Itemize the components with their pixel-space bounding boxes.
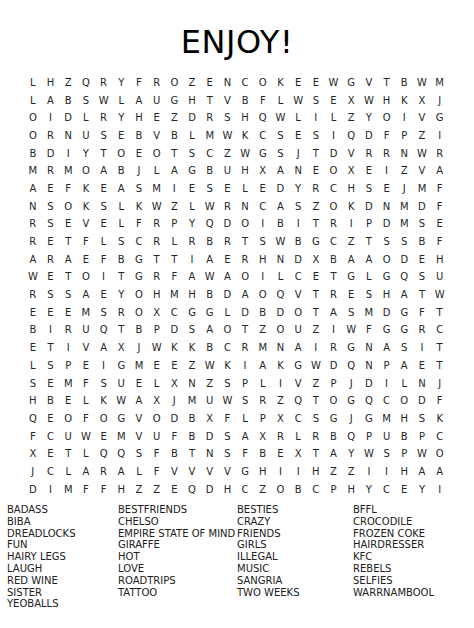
- grid-cell: I: [254, 269, 272, 287]
- grid-cell: B: [201, 286, 219, 304]
- grid-cell: K: [342, 198, 360, 216]
- grid-cell: L: [77, 392, 95, 410]
- grid-cell: G: [289, 357, 307, 375]
- grid-cell: L: [148, 375, 166, 393]
- grid-cell: A: [95, 162, 113, 180]
- grid-cell: D: [272, 304, 290, 322]
- grid-cell: D: [395, 251, 413, 269]
- grid-cell: I: [272, 375, 290, 393]
- grid-cell: K: [236, 127, 254, 145]
- grid-cell: B: [201, 233, 219, 251]
- grid-cell: F: [95, 251, 113, 269]
- grid-cell: K: [219, 357, 237, 375]
- grid-cell: Z: [342, 463, 360, 481]
- grid-cell: I: [236, 357, 254, 375]
- grid-cell: Z: [254, 481, 272, 499]
- grid-cell: J: [130, 339, 148, 357]
- grid-cell: Z: [307, 198, 325, 216]
- grid-cell: M: [183, 392, 201, 410]
- grid-cell: R: [42, 251, 60, 269]
- grid-cell: S: [183, 145, 201, 163]
- grid-cell: C: [431, 322, 449, 340]
- grid-cell: R: [201, 109, 219, 127]
- grid-cell: H: [378, 286, 396, 304]
- grid-cell: R: [148, 269, 166, 287]
- grid-cell: A: [431, 463, 449, 481]
- grid-cell: R: [431, 145, 449, 163]
- grid-cell: P: [360, 216, 378, 234]
- grid-cell: H: [112, 481, 130, 499]
- grid-cell: B: [254, 445, 272, 463]
- grid-cell: W: [201, 269, 219, 287]
- grid-cell: E: [130, 145, 148, 163]
- grid-cell: Z: [413, 127, 431, 145]
- grid-cell: F: [431, 180, 449, 198]
- grid-cell: F: [431, 198, 449, 216]
- grid-cell: D: [360, 375, 378, 393]
- grid-cell: W: [360, 92, 378, 110]
- grid-cell: N: [413, 375, 431, 393]
- grid-cell: L: [289, 428, 307, 446]
- grid-cell: M: [360, 304, 378, 322]
- grid-cell: M: [130, 357, 148, 375]
- grid-cell: Z: [395, 162, 413, 180]
- grid-cell: E: [183, 180, 201, 198]
- grid-cell: L: [183, 198, 201, 216]
- grid-cell: T: [431, 304, 449, 322]
- grid-cell: L: [236, 180, 254, 198]
- grid-cell: B: [325, 428, 343, 446]
- grid-cell: A: [95, 339, 113, 357]
- grid-cell: H: [307, 463, 325, 481]
- grid-cell: I: [307, 109, 325, 127]
- word-list-item: CRAZY: [237, 516, 299, 528]
- grid-cell: V: [148, 127, 166, 145]
- grid-cell: A: [42, 92, 60, 110]
- grid-cell: O: [59, 198, 77, 216]
- grid-cell: P: [395, 445, 413, 463]
- grid-cell: D: [413, 198, 431, 216]
- word-list-item: GIRLS: [237, 539, 299, 551]
- grid-cell: Z: [130, 481, 148, 499]
- grid-cell: G: [183, 162, 201, 180]
- grid-cell: N: [201, 445, 219, 463]
- grid-cell: S: [360, 180, 378, 198]
- grid-cell: R: [95, 74, 113, 92]
- grid-cell: S: [219, 445, 237, 463]
- grid-cell: G: [130, 251, 148, 269]
- grid-cell: G: [395, 304, 413, 322]
- grid-cell: V: [289, 286, 307, 304]
- word-list: BADASSBIBADREADLOCKSFUNHAIRY LEGSLAUGHRE…: [0, 504, 474, 622]
- grid-cell: Q: [183, 481, 201, 499]
- grid-cell: S: [77, 92, 95, 110]
- grid-cell: J: [395, 180, 413, 198]
- grid-cell: E: [378, 180, 396, 198]
- grid-cell: G: [183, 304, 201, 322]
- puzzle-title: ENJOY!: [0, 24, 474, 60]
- grid-cell: E: [219, 180, 237, 198]
- grid-cell: L: [166, 233, 184, 251]
- grid-cell: L: [289, 109, 307, 127]
- word-list-item: DREADLOCKS: [7, 528, 75, 540]
- grid-cell: E: [24, 304, 42, 322]
- grid-cell: S: [95, 198, 113, 216]
- word-list-item: BESTFRIENDS: [118, 504, 235, 516]
- grid-cell: G: [378, 269, 396, 287]
- word-list-item: EMPIRE STATE OF MIND: [118, 528, 235, 540]
- grid-cell: H: [342, 481, 360, 499]
- grid-cell: O: [24, 127, 42, 145]
- grid-cell: S: [236, 392, 254, 410]
- grid-cell: I: [59, 339, 77, 357]
- grid-cell: M: [112, 428, 130, 446]
- grid-cell: N: [183, 375, 201, 393]
- grid-cell: V: [413, 162, 431, 180]
- grid-cell: L: [130, 463, 148, 481]
- grid-cell: O: [130, 304, 148, 322]
- grid-cell: W: [342, 322, 360, 340]
- grid-cell: Z: [325, 463, 343, 481]
- grid-cell: C: [236, 74, 254, 92]
- grid-cell: T: [59, 445, 77, 463]
- word-list-item: CROCODILE: [353, 516, 434, 528]
- grid-cell: S: [413, 269, 431, 287]
- grid-cell: V: [360, 74, 378, 92]
- word-list-item: LAUGH: [7, 563, 75, 575]
- grid-cell: E: [112, 127, 130, 145]
- grid-cell: T: [42, 339, 60, 357]
- word-list-item: FRIENDS: [237, 528, 299, 540]
- grid-cell: V: [413, 109, 431, 127]
- grid-cell: L: [112, 92, 130, 110]
- word-search-page: ENJOY! LHZQRYFROZENCOKEEWGVTBWMLABSWLAUG…: [0, 0, 474, 628]
- grid-cell: E: [413, 251, 431, 269]
- grid-cell: N: [378, 198, 396, 216]
- grid-cell: I: [342, 216, 360, 234]
- grid-cell: G: [395, 322, 413, 340]
- grid-cell: Q: [342, 127, 360, 145]
- grid-cell: K: [272, 74, 290, 92]
- grid-cell: I: [378, 463, 396, 481]
- grid-cell: R: [24, 286, 42, 304]
- grid-cell: R: [95, 109, 113, 127]
- grid-cell: B: [201, 162, 219, 180]
- grid-cell: Y: [360, 109, 378, 127]
- grid-cell: H: [431, 251, 449, 269]
- grid-cell: V: [77, 216, 95, 234]
- grid-cell: B: [289, 481, 307, 499]
- grid-cell: E: [59, 392, 77, 410]
- grid-cell: R: [325, 286, 343, 304]
- grid-cell: F: [130, 216, 148, 234]
- word-list-item: BIBA: [7, 516, 75, 528]
- grid-cell: U: [59, 428, 77, 446]
- grid-cell: A: [431, 162, 449, 180]
- grid-cell: T: [59, 233, 77, 251]
- grid-cell: L: [59, 463, 77, 481]
- grid-cell: S: [130, 180, 148, 198]
- grid-cell: H: [395, 410, 413, 428]
- grid-cell: O: [236, 216, 254, 234]
- grid-cell: T: [413, 286, 431, 304]
- grid-cell: Q: [360, 392, 378, 410]
- grid-cell: L: [24, 74, 42, 92]
- grid-cell: Y: [112, 286, 130, 304]
- grid-cell: F: [378, 127, 396, 145]
- grid-cell: G: [360, 410, 378, 428]
- grid-cell: V: [219, 463, 237, 481]
- grid-cell: W: [148, 198, 166, 216]
- grid-cell: O: [325, 198, 343, 216]
- grid-cell: R: [219, 233, 237, 251]
- grid-cell: W: [24, 269, 42, 287]
- grid-cell: O: [272, 322, 290, 340]
- grid-cell: Z: [148, 481, 166, 499]
- grid-cell: S: [360, 286, 378, 304]
- grid-cell: U: [431, 269, 449, 287]
- grid-cell: W: [413, 145, 431, 163]
- grid-cell: P: [413, 428, 431, 446]
- grid-cell: V: [201, 463, 219, 481]
- grid-cell: L: [77, 445, 95, 463]
- grid-cell: B: [254, 304, 272, 322]
- grid-cell: D: [59, 109, 77, 127]
- grid-cell: S: [42, 216, 60, 234]
- grid-cell: T: [307, 145, 325, 163]
- grid-cell: D: [360, 198, 378, 216]
- grid-cell: S: [95, 304, 113, 322]
- grid-cell: J: [289, 145, 307, 163]
- grid-cell: N: [24, 198, 42, 216]
- grid-cell: R: [413, 322, 431, 340]
- grid-cell: T: [307, 392, 325, 410]
- grid-cell: F: [219, 410, 237, 428]
- grid-cell: I: [59, 145, 77, 163]
- grid-cell: B: [59, 92, 77, 110]
- grid-cell: S: [130, 445, 148, 463]
- grid-cell: H: [378, 92, 396, 110]
- grid-cell: B: [236, 92, 254, 110]
- grid-cell: X: [112, 339, 130, 357]
- grid-cell: E: [166, 481, 184, 499]
- grid-cell: I: [325, 127, 343, 145]
- grid-cell: N: [360, 339, 378, 357]
- grid-cell: E: [395, 481, 413, 499]
- grid-cell: V: [219, 92, 237, 110]
- grid-cell: U: [77, 322, 95, 340]
- grid-cell: C: [236, 481, 254, 499]
- grid-cell: Q: [112, 445, 130, 463]
- grid-cell: A: [360, 251, 378, 269]
- grid-cell: V: [166, 463, 184, 481]
- grid-cell: F: [77, 410, 95, 428]
- grid-cell: X: [201, 410, 219, 428]
- grid-cell: W: [360, 445, 378, 463]
- grid-cell: S: [272, 127, 290, 145]
- grid-cell: O: [431, 445, 449, 463]
- grid-cell: S: [219, 109, 237, 127]
- grid-cell: B: [130, 127, 148, 145]
- grid-cell: G: [342, 392, 360, 410]
- grid-cell: K: [95, 392, 113, 410]
- word-list-item: TATTOO: [118, 587, 235, 599]
- grid-cell: S: [395, 233, 413, 251]
- grid-cell: D: [166, 410, 184, 428]
- grid-cell: A: [289, 339, 307, 357]
- grid-cell: D: [360, 127, 378, 145]
- grid-cell: X: [254, 162, 272, 180]
- letter-grid: LHZQRYFROZENCOKEEWGVTBWMLABSWLAUGHTVBFLW…: [24, 74, 449, 499]
- grid-cell: V: [130, 428, 148, 446]
- grid-cell: S: [42, 286, 60, 304]
- grid-cell: Q: [201, 216, 219, 234]
- word-list-item: HAIRDRESSER: [353, 539, 434, 551]
- grid-cell: M: [378, 410, 396, 428]
- grid-cell: K: [272, 357, 290, 375]
- grid-cell: T: [325, 269, 343, 287]
- grid-cell: Q: [342, 357, 360, 375]
- grid-cell: C: [254, 127, 272, 145]
- grid-cell: C: [431, 428, 449, 446]
- grid-cell: R: [307, 428, 325, 446]
- grid-cell: D: [413, 392, 431, 410]
- grid-cell: G: [431, 109, 449, 127]
- grid-cell: G: [342, 269, 360, 287]
- grid-cell: L: [360, 269, 378, 287]
- grid-cell: T: [166, 251, 184, 269]
- grid-cell: R: [59, 322, 77, 340]
- grid-cell: O: [325, 162, 343, 180]
- grid-cell: A: [413, 463, 431, 481]
- grid-cell: O: [254, 74, 272, 92]
- grid-cell: S: [42, 357, 60, 375]
- grid-cell: S: [219, 375, 237, 393]
- grid-cell: T: [148, 251, 166, 269]
- grid-cell: F: [431, 392, 449, 410]
- grid-cell: E: [148, 357, 166, 375]
- grid-cell: A: [219, 269, 237, 287]
- grid-cell: P: [59, 357, 77, 375]
- grid-cell: F: [166, 428, 184, 446]
- grid-cell: I: [166, 180, 184, 198]
- grid-cell: C: [42, 463, 60, 481]
- grid-cell: L: [24, 92, 42, 110]
- grid-cell: R: [42, 127, 60, 145]
- grid-cell: V: [183, 463, 201, 481]
- grid-cell: S: [59, 286, 77, 304]
- grid-cell: W: [272, 233, 290, 251]
- grid-cell: U: [148, 428, 166, 446]
- word-list-item: FROZEN COKE: [353, 528, 434, 540]
- grid-cell: S: [307, 410, 325, 428]
- grid-cell: M: [254, 339, 272, 357]
- grid-cell: C: [378, 481, 396, 499]
- grid-cell: Y: [360, 481, 378, 499]
- grid-cell: S: [413, 410, 431, 428]
- grid-cell: H: [254, 463, 272, 481]
- grid-cell: L: [254, 375, 272, 393]
- grid-cell: P: [395, 127, 413, 145]
- grid-cell: M: [59, 162, 77, 180]
- grid-cell: T: [431, 339, 449, 357]
- grid-cell: U: [378, 428, 396, 446]
- grid-cell: Z: [201, 375, 219, 393]
- grid-cell: W: [325, 74, 343, 92]
- word-list-item: YEOBALLS: [7, 598, 75, 610]
- grid-cell: W: [236, 145, 254, 163]
- grid-cell: Y: [112, 109, 130, 127]
- word-list-item: ROADTRIPS: [118, 575, 235, 587]
- grid-cell: R: [325, 339, 343, 357]
- grid-cell: W: [112, 392, 130, 410]
- grid-cell: K: [395, 92, 413, 110]
- grid-cell: B: [42, 392, 60, 410]
- grid-cell: G: [342, 74, 360, 92]
- word-list-item: ILLEGAL: [237, 551, 299, 563]
- grid-cell: W: [95, 92, 113, 110]
- grid-cell: E: [42, 375, 60, 393]
- grid-cell: F: [77, 375, 95, 393]
- grid-cell: J: [24, 463, 42, 481]
- grid-cell: X: [413, 92, 431, 110]
- grid-cell: I: [272, 463, 290, 481]
- word-list-item: LOVE: [118, 563, 235, 575]
- grid-cell: L: [24, 357, 42, 375]
- grid-cell: O: [166, 74, 184, 92]
- grid-cell: A: [236, 286, 254, 304]
- grid-cell: S: [289, 198, 307, 216]
- grid-cell: Y: [342, 445, 360, 463]
- grid-cell: O: [130, 286, 148, 304]
- grid-cell: I: [325, 322, 343, 340]
- grid-cell: Y: [112, 74, 130, 92]
- grid-cell: Z: [183, 357, 201, 375]
- grid-cell: W: [219, 392, 237, 410]
- grid-cell: T: [307, 445, 325, 463]
- grid-cell: X: [272, 410, 290, 428]
- grid-cell: O: [95, 410, 113, 428]
- grid-cell: B: [183, 410, 201, 428]
- grid-cell: I: [183, 251, 201, 269]
- grid-cell: M: [413, 180, 431, 198]
- grid-cell: L: [183, 127, 201, 145]
- grid-cell: Q: [395, 269, 413, 287]
- grid-cell: A: [24, 180, 42, 198]
- grid-cell: D: [289, 251, 307, 269]
- grid-cell: A: [201, 251, 219, 269]
- grid-cell: P: [378, 357, 396, 375]
- grid-cell: Y: [289, 180, 307, 198]
- grid-cell: T: [307, 216, 325, 234]
- grid-cell: Z: [59, 74, 77, 92]
- grid-cell: Z: [219, 145, 237, 163]
- grid-cell: H: [395, 463, 413, 481]
- grid-cell: T: [307, 286, 325, 304]
- grid-cell: G: [112, 410, 130, 428]
- grid-cell: H: [219, 481, 237, 499]
- grid-cell: G: [130, 269, 148, 287]
- grid-cell: I: [307, 339, 325, 357]
- grid-cell: I: [378, 375, 396, 393]
- grid-cell: K: [431, 410, 449, 428]
- grid-cell: G: [254, 145, 272, 163]
- grid-cell: B: [201, 339, 219, 357]
- grid-cell: S: [183, 322, 201, 340]
- grid-cell: B: [395, 74, 413, 92]
- grid-cell: C: [201, 145, 219, 163]
- grid-cell: R: [148, 74, 166, 92]
